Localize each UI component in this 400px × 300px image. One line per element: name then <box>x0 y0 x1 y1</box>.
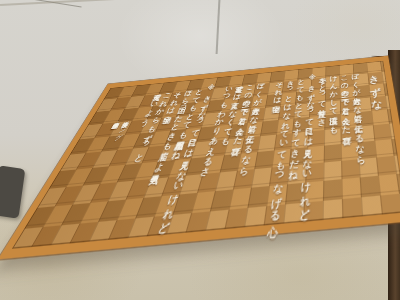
lyric-column: けんかして涙出ても <box>329 72 338 131</box>
song-title: きずな <box>368 69 383 106</box>
attribution-school: 多賀小学校人権ソング <box>115 117 131 137</box>
lyric-column: ぼくが大好きな君に伝えるなら <box>351 70 365 161</box>
photo-scene: きずな ぼくが大好きな君に伝えるなら この空の下で君と会えた喜び けんかして涙出… <box>0 0 400 300</box>
lyric-column: 手をとって仲直りさ <box>317 73 326 123</box>
lyric-column: それは宝物 <box>273 77 284 101</box>
attribution-year: 平成十八年度作詞・作曲 <box>116 118 122 119</box>
lyric-column: この空の下で君と会えた喜び <box>340 71 350 141</box>
